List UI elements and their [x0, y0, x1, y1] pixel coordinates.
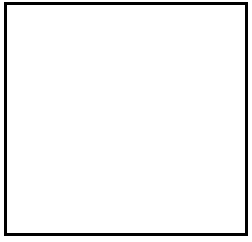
sudoku-page	[0, 0, 252, 242]
sudoku-board	[4, 2, 248, 236]
